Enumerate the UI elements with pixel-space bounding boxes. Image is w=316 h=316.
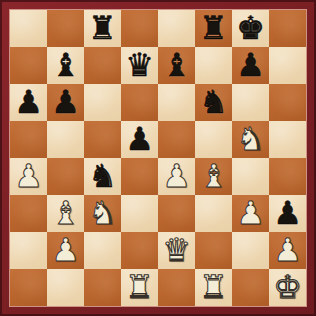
piece-white-rook[interactable]: ♜ <box>125 269 154 306</box>
piece-black-pawn[interactable]: ♟ <box>273 195 302 232</box>
square-h8[interactable] <box>269 10 306 47</box>
square-g8[interactable]: ♚ <box>232 10 269 47</box>
square-g1[interactable] <box>232 269 269 306</box>
square-g7[interactable]: ♟ <box>232 47 269 84</box>
square-b7[interactable]: ♝ <box>47 47 84 84</box>
square-a7[interactable] <box>10 47 47 84</box>
board-frame: ♜♜♚♝♛♝♟♟♟♞♟♞♟♞♟♝♝♞♟♟♟♛♟♜♜♚ <box>0 0 316 316</box>
square-e8[interactable] <box>158 10 195 47</box>
square-b5[interactable] <box>47 121 84 158</box>
square-a6[interactable]: ♟ <box>10 84 47 121</box>
square-b8[interactable] <box>47 10 84 47</box>
square-c2[interactable] <box>84 232 121 269</box>
square-c8[interactable]: ♜ <box>84 10 121 47</box>
square-e3[interactable] <box>158 195 195 232</box>
square-c1[interactable] <box>84 269 121 306</box>
square-g6[interactable] <box>232 84 269 121</box>
square-c7[interactable] <box>84 47 121 84</box>
piece-white-pawn[interactable]: ♟ <box>51 232 80 269</box>
square-b3[interactable]: ♝ <box>47 195 84 232</box>
piece-white-rook[interactable]: ♜ <box>199 269 228 306</box>
square-h2[interactable]: ♟ <box>269 232 306 269</box>
square-c5[interactable] <box>84 121 121 158</box>
square-d1[interactable]: ♜ <box>121 269 158 306</box>
square-e7[interactable]: ♝ <box>158 47 195 84</box>
square-a1[interactable] <box>10 269 47 306</box>
square-c6[interactable] <box>84 84 121 121</box>
square-e6[interactable] <box>158 84 195 121</box>
square-d4[interactable] <box>121 158 158 195</box>
piece-white-queen[interactable]: ♛ <box>162 232 191 269</box>
square-b6[interactable]: ♟ <box>47 84 84 121</box>
piece-black-knight[interactable]: ♞ <box>199 84 228 121</box>
piece-black-rook[interactable]: ♜ <box>88 10 117 47</box>
piece-white-pawn[interactable]: ♟ <box>236 195 265 232</box>
square-b4[interactable] <box>47 158 84 195</box>
piece-white-bishop[interactable]: ♝ <box>199 158 228 195</box>
piece-black-pawn[interactable]: ♟ <box>125 121 154 158</box>
square-g4[interactable] <box>232 158 269 195</box>
chess-board: ♜♜♚♝♛♝♟♟♟♞♟♞♟♞♟♝♝♞♟♟♟♛♟♜♜♚ <box>10 10 306 306</box>
square-b1[interactable] <box>47 269 84 306</box>
square-a8[interactable] <box>10 10 47 47</box>
square-e2[interactable]: ♛ <box>158 232 195 269</box>
square-f3[interactable] <box>195 195 232 232</box>
piece-black-pawn[interactable]: ♟ <box>236 47 265 84</box>
piece-white-knight[interactable]: ♞ <box>236 121 265 158</box>
piece-black-pawn[interactable]: ♟ <box>14 84 43 121</box>
square-b2[interactable]: ♟ <box>47 232 84 269</box>
square-h5[interactable] <box>269 121 306 158</box>
square-h1[interactable]: ♚ <box>269 269 306 306</box>
square-h4[interactable] <box>269 158 306 195</box>
square-g3[interactable]: ♟ <box>232 195 269 232</box>
square-d7[interactable]: ♛ <box>121 47 158 84</box>
piece-black-bishop[interactable]: ♝ <box>162 47 191 84</box>
square-d8[interactable] <box>121 10 158 47</box>
piece-black-queen[interactable]: ♛ <box>125 47 154 84</box>
square-h7[interactable] <box>269 47 306 84</box>
square-g5[interactable]: ♞ <box>232 121 269 158</box>
piece-white-king[interactable]: ♚ <box>273 269 302 306</box>
square-d2[interactable] <box>121 232 158 269</box>
square-e4[interactable]: ♟ <box>158 158 195 195</box>
square-a4[interactable]: ♟ <box>10 158 47 195</box>
square-f2[interactable] <box>195 232 232 269</box>
piece-white-pawn[interactable]: ♟ <box>14 158 43 195</box>
piece-black-knight[interactable]: ♞ <box>88 158 117 195</box>
square-d6[interactable] <box>121 84 158 121</box>
square-h6[interactable] <box>269 84 306 121</box>
piece-black-pawn[interactable]: ♟ <box>51 84 80 121</box>
piece-black-bishop[interactable]: ♝ <box>51 47 80 84</box>
piece-black-king[interactable]: ♚ <box>236 10 265 47</box>
square-f5[interactable] <box>195 121 232 158</box>
piece-white-pawn[interactable]: ♟ <box>273 232 302 269</box>
square-a2[interactable] <box>10 232 47 269</box>
square-a3[interactable] <box>10 195 47 232</box>
piece-white-pawn[interactable]: ♟ <box>162 158 191 195</box>
piece-white-bishop[interactable]: ♝ <box>51 195 80 232</box>
piece-black-rook[interactable]: ♜ <box>199 10 228 47</box>
square-f8[interactable]: ♜ <box>195 10 232 47</box>
square-a5[interactable] <box>10 121 47 158</box>
square-d5[interactable]: ♟ <box>121 121 158 158</box>
square-c4[interactable]: ♞ <box>84 158 121 195</box>
square-e5[interactable] <box>158 121 195 158</box>
square-h3[interactable]: ♟ <box>269 195 306 232</box>
square-f6[interactable]: ♞ <box>195 84 232 121</box>
square-d3[interactable] <box>121 195 158 232</box>
square-g2[interactable] <box>232 232 269 269</box>
square-f1[interactable]: ♜ <box>195 269 232 306</box>
square-c3[interactable]: ♞ <box>84 195 121 232</box>
square-e1[interactable] <box>158 269 195 306</box>
square-f7[interactable] <box>195 47 232 84</box>
square-f4[interactable]: ♝ <box>195 158 232 195</box>
piece-white-knight[interactable]: ♞ <box>88 195 117 232</box>
